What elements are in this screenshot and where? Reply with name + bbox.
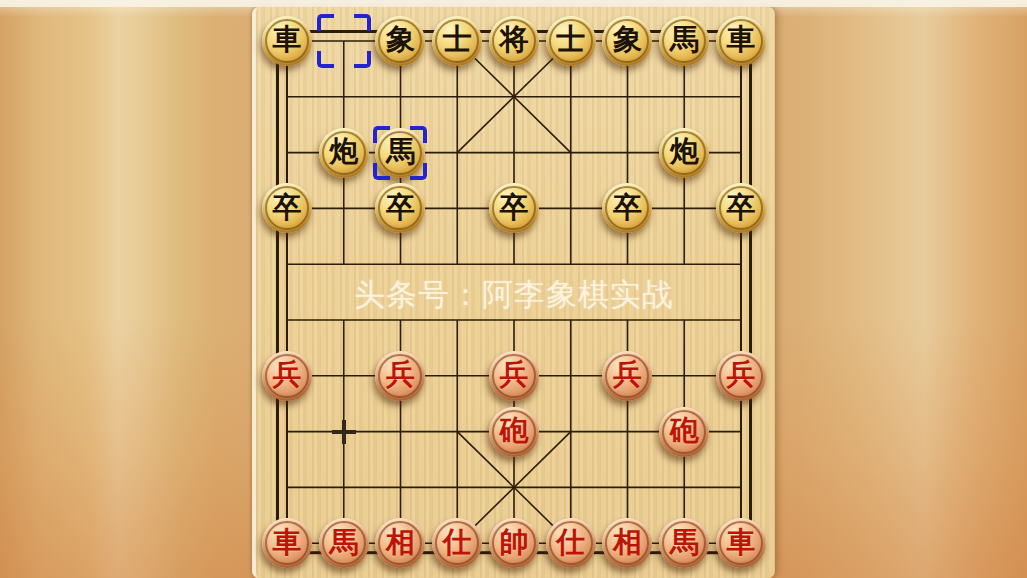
piece-glyph: 卒 xyxy=(726,193,755,222)
piece-black-elephant[interactable]: 象 xyxy=(602,16,652,66)
brackets-corner xyxy=(354,51,371,68)
cross-corner xyxy=(332,420,344,432)
previous-move-marker xyxy=(330,418,358,446)
piece-black-soldier[interactable]: 卒 xyxy=(489,183,539,233)
piece-red-general[interactable]: 帥 xyxy=(489,518,539,568)
piece-black-advisor[interactable]: 士 xyxy=(546,16,596,66)
piece-glyph: 卒 xyxy=(499,193,528,222)
piece-black-cannon[interactable]: 炮 xyxy=(659,128,709,178)
piece-glyph: 仕 xyxy=(556,528,585,557)
piece-black-soldier[interactable]: 卒 xyxy=(375,183,425,233)
piece-glyph: 卒 xyxy=(272,193,301,222)
cross-corner xyxy=(344,432,356,444)
piece-glyph: 兵 xyxy=(613,360,642,389)
piece-glyph: 炮 xyxy=(670,137,699,166)
piece-glyph: 兵 xyxy=(726,360,755,389)
move-from-marker xyxy=(317,14,371,68)
piece-glyph: 馬 xyxy=(386,137,415,166)
piece-glyph: 馬 xyxy=(329,528,358,557)
piece-red-cannon[interactable]: 砲 xyxy=(489,407,539,457)
top-edge-highlight xyxy=(0,0,1027,7)
piece-glyph: 砲 xyxy=(499,416,528,445)
piece-glyph: 帥 xyxy=(499,528,528,557)
brackets-corner xyxy=(354,14,371,31)
piece-black-horse[interactable]: 馬 xyxy=(375,128,425,178)
piece-black-soldier[interactable]: 卒 xyxy=(602,183,652,233)
piece-glyph: 仕 xyxy=(443,528,472,557)
app-background: 头条号：阿李象棋实战 車象士将士象馬車炮馬炮卒卒卒卒卒兵兵兵兵兵砲砲車馬相仕帥仕… xyxy=(0,0,1027,578)
piece-black-cannon[interactable]: 炮 xyxy=(319,128,369,178)
piece-black-soldier[interactable]: 卒 xyxy=(262,183,312,233)
piece-red-horse[interactable]: 馬 xyxy=(319,518,369,568)
piece-glyph: 相 xyxy=(386,528,415,557)
piece-glyph: 炮 xyxy=(329,137,358,166)
piece-glyph: 象 xyxy=(613,25,642,54)
piece-glyph: 馬 xyxy=(670,528,699,557)
piece-glyph: 車 xyxy=(726,528,755,557)
piece-glyph: 兵 xyxy=(272,360,301,389)
piece-glyph: 砲 xyxy=(670,416,699,445)
piece-glyph: 卒 xyxy=(386,193,415,222)
piece-red-chariot[interactable]: 車 xyxy=(716,518,766,568)
piece-glyph: 卒 xyxy=(613,193,642,222)
piece-black-soldier[interactable]: 卒 xyxy=(716,183,766,233)
cross-corner xyxy=(332,432,344,444)
board-grid[interactable]: 車象士将士象馬車炮馬炮卒卒卒卒卒兵兵兵兵兵砲砲車馬相仕帥仕相馬車 xyxy=(259,13,770,571)
piece-red-chariot[interactable]: 車 xyxy=(262,518,312,568)
piece-red-elephant[interactable]: 相 xyxy=(375,518,425,568)
piece-red-advisor[interactable]: 仕 xyxy=(546,518,596,568)
piece-red-horse[interactable]: 馬 xyxy=(659,518,709,568)
piece-black-general[interactable]: 将 xyxy=(489,16,539,66)
piece-glyph: 将 xyxy=(499,25,528,54)
piece-glyph: 車 xyxy=(272,528,301,557)
piece-glyph: 士 xyxy=(443,25,472,54)
cross-corner xyxy=(344,420,356,432)
piece-glyph: 兵 xyxy=(386,360,415,389)
brackets-corner xyxy=(317,51,334,68)
piece-red-soldier[interactable]: 兵 xyxy=(602,351,652,401)
piece-red-cannon[interactable]: 砲 xyxy=(659,407,709,457)
piece-black-advisor[interactable]: 士 xyxy=(432,16,482,66)
piece-glyph: 士 xyxy=(556,25,585,54)
brackets-corner xyxy=(317,14,334,31)
piece-black-elephant[interactable]: 象 xyxy=(375,16,425,66)
piece-glyph: 車 xyxy=(272,25,301,54)
piece-glyph: 象 xyxy=(386,25,415,54)
piece-glyph: 車 xyxy=(726,25,755,54)
piece-black-horse[interactable]: 馬 xyxy=(659,16,709,66)
piece-red-advisor[interactable]: 仕 xyxy=(432,518,482,568)
piece-red-soldier[interactable]: 兵 xyxy=(375,351,425,401)
piece-glyph: 兵 xyxy=(499,360,528,389)
piece-glyph: 相 xyxy=(613,528,642,557)
piece-red-soldier[interactable]: 兵 xyxy=(716,351,766,401)
piece-red-soldier[interactable]: 兵 xyxy=(262,351,312,401)
piece-black-chariot[interactable]: 車 xyxy=(716,16,766,66)
piece-glyph: 馬 xyxy=(670,25,699,54)
piece-black-chariot[interactable]: 車 xyxy=(262,16,312,66)
piece-red-elephant[interactable]: 相 xyxy=(602,518,652,568)
piece-red-soldier[interactable]: 兵 xyxy=(489,351,539,401)
